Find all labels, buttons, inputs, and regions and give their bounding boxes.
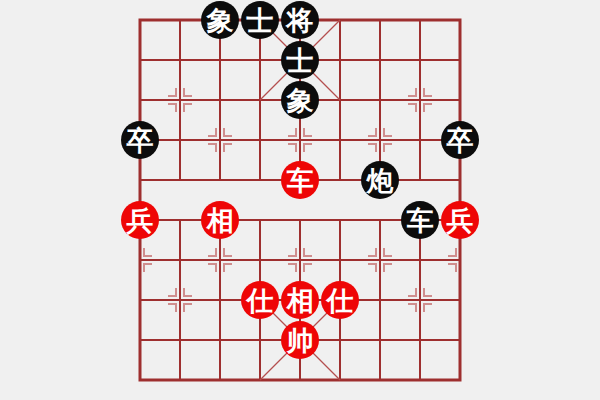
- black-elephant[interactable]: 象: [201, 1, 239, 39]
- red-king[interactable]: 帅: [281, 321, 319, 359]
- red-chariot[interactable]: 车: [281, 161, 319, 199]
- red-advisor[interactable]: 仕: [241, 281, 279, 319]
- red-advisor[interactable]: 仕: [321, 281, 359, 319]
- xiangqi-diagram: 象士将士象卒卒车炮兵相车兵仕相仕帅: [0, 0, 600, 400]
- red-pawn[interactable]: 兵: [121, 201, 159, 239]
- black-advisor[interactable]: 士: [241, 1, 279, 39]
- black-pawn[interactable]: 卒: [441, 121, 479, 159]
- black-cannon[interactable]: 炮: [361, 161, 399, 199]
- red-elephant[interactable]: 相: [201, 201, 239, 239]
- red-pawn[interactable]: 兵: [441, 201, 479, 239]
- black-advisor[interactable]: 士: [281, 41, 319, 79]
- black-elephant[interactable]: 象: [281, 81, 319, 119]
- black-king[interactable]: 将: [281, 1, 319, 39]
- red-elephant[interactable]: 相: [281, 281, 319, 319]
- black-chariot[interactable]: 车: [401, 201, 439, 239]
- black-pawn[interactable]: 卒: [121, 121, 159, 159]
